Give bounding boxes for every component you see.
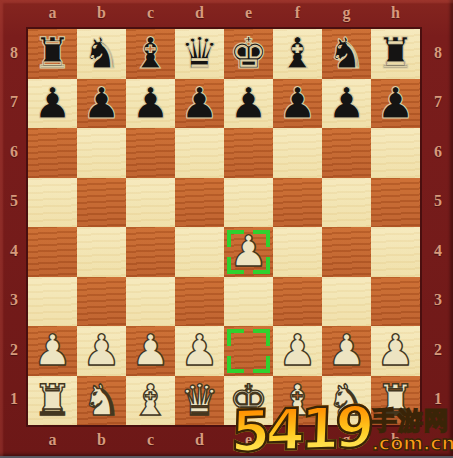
square-a8[interactable]: ♜	[28, 29, 77, 79]
square-g4[interactable]	[322, 227, 371, 277]
square-g6[interactable]	[322, 128, 371, 178]
piece-white-rook: ♜	[33, 376, 72, 425]
square-e2[interactable]	[224, 326, 273, 376]
square-e6[interactable]	[224, 128, 273, 178]
square-h6[interactable]	[371, 128, 420, 178]
square-a2[interactable]: ♟	[28, 326, 77, 376]
piece-black-pawn: ♟	[229, 79, 268, 128]
square-g8[interactable]: ♞	[322, 29, 371, 79]
square-d1[interactable]: ♛	[175, 376, 224, 426]
piece-black-pawn: ♟	[278, 79, 317, 128]
square-h7[interactable]: ♟	[371, 79, 420, 129]
square-h8[interactable]: ♜	[371, 29, 420, 79]
square-b5[interactable]	[77, 178, 126, 228]
rank-label-left-1: 1	[4, 390, 24, 408]
rank-label-right-6: 6	[428, 143, 448, 161]
square-d5[interactable]	[175, 178, 224, 228]
square-e1[interactable]: ♚	[224, 376, 273, 426]
square-f4[interactable]	[273, 227, 322, 277]
piece-black-rook: ♜	[33, 29, 72, 78]
piece-white-bishop: ♝	[278, 376, 317, 425]
piece-white-knight: ♞	[82, 376, 121, 425]
file-label-bottom-h: h	[386, 431, 406, 449]
rank-label-right-2: 2	[428, 341, 448, 359]
square-g5[interactable]	[322, 178, 371, 228]
file-label-bottom-e: e	[239, 431, 259, 449]
square-f6[interactable]	[273, 128, 322, 178]
file-label-top-h: h	[386, 4, 406, 22]
piece-black-pawn: ♟	[33, 79, 72, 128]
square-b6[interactable]	[77, 128, 126, 178]
square-e7[interactable]: ♟	[224, 79, 273, 129]
rank-label-right-5: 5	[428, 192, 448, 210]
rank-label-right-1: 1	[428, 390, 448, 408]
square-f2[interactable]: ♟	[273, 326, 322, 376]
rank-label-left-8: 8	[4, 44, 24, 62]
piece-black-pawn: ♟	[131, 79, 170, 128]
rank-label-left-4: 4	[4, 242, 24, 260]
square-a4[interactable]	[28, 227, 77, 277]
piece-white-pawn: ♟	[278, 326, 317, 375]
file-label-top-b: b	[92, 4, 112, 22]
square-d2[interactable]: ♟	[175, 326, 224, 376]
rank-label-left-5: 5	[4, 192, 24, 210]
square-d3[interactable]	[175, 277, 224, 327]
square-b8[interactable]: ♞	[77, 29, 126, 79]
square-c3[interactable]	[126, 277, 175, 327]
piece-black-pawn: ♟	[327, 79, 366, 128]
file-label-top-d: d	[190, 4, 210, 22]
piece-black-pawn: ♟	[82, 79, 121, 128]
chess-board: ♜♞♝♛♚♝♞♜♟♟♟♟♟♟♟♟♟♟♟♟♟♟♟♟♜♞♝♛♚♝♞♜	[28, 29, 420, 425]
square-c8[interactable]: ♝	[126, 29, 175, 79]
rank-label-right-7: 7	[428, 93, 448, 111]
square-e5[interactable]	[224, 178, 273, 228]
file-label-bottom-f: f	[288, 431, 308, 449]
square-b7[interactable]: ♟	[77, 79, 126, 129]
square-d8[interactable]: ♛	[175, 29, 224, 79]
square-e3[interactable]	[224, 277, 273, 327]
piece-white-pawn: ♟	[33, 326, 72, 375]
square-h3[interactable]	[371, 277, 420, 327]
piece-black-knight: ♞	[327, 29, 366, 78]
piece-white-rook: ♜	[376, 376, 415, 425]
rank-label-right-8: 8	[428, 44, 448, 62]
square-h4[interactable]	[371, 227, 420, 277]
highlight-bracket-e2	[227, 329, 270, 373]
piece-white-pawn: ♟	[327, 326, 366, 375]
piece-white-pawn: ♟	[376, 326, 415, 375]
square-f5[interactable]	[273, 178, 322, 228]
square-e4[interactable]: ♟	[224, 227, 273, 277]
piece-white-queen: ♛	[180, 376, 219, 425]
piece-white-pawn: ♟	[82, 326, 121, 375]
square-b3[interactable]	[77, 277, 126, 327]
square-h1[interactable]: ♜	[371, 376, 420, 426]
square-f1[interactable]: ♝	[273, 376, 322, 426]
piece-white-bishop: ♝	[131, 376, 170, 425]
rank-label-left-2: 2	[4, 341, 24, 359]
square-g3[interactable]	[322, 277, 371, 327]
file-label-bottom-a: a	[43, 431, 63, 449]
piece-white-knight: ♞	[327, 376, 366, 425]
square-f3[interactable]	[273, 277, 322, 327]
file-label-top-e: e	[239, 4, 259, 22]
square-c1[interactable]: ♝	[126, 376, 175, 426]
square-d4[interactable]	[175, 227, 224, 277]
square-c2[interactable]: ♟	[126, 326, 175, 376]
chess-app-window: ♜♞♝♛♚♝♞♜♟♟♟♟♟♟♟♟♟♟♟♟♟♟♟♟♜♞♝♛♚♝♞♜ aabbccd…	[0, 0, 453, 458]
rank-label-left-6: 6	[4, 143, 24, 161]
square-b4[interactable]	[77, 227, 126, 277]
square-h5[interactable]	[371, 178, 420, 228]
file-label-bottom-g: g	[337, 431, 357, 449]
watermark-domain: .com.cn	[372, 433, 453, 454]
piece-black-pawn: ♟	[180, 79, 219, 128]
piece-black-pawn: ♟	[376, 79, 415, 128]
square-c6[interactable]	[126, 128, 175, 178]
square-a1[interactable]: ♜	[28, 376, 77, 426]
square-f7[interactable]: ♟	[273, 79, 322, 129]
file-label-top-c: c	[141, 4, 161, 22]
rank-label-left-3: 3	[4, 291, 24, 309]
file-label-top-g: g	[337, 4, 357, 22]
file-label-bottom-c: c	[141, 431, 161, 449]
square-a6[interactable]	[28, 128, 77, 178]
piece-black-knight: ♞	[82, 29, 121, 78]
piece-white-king: ♚	[229, 376, 268, 425]
square-d6[interactable]	[175, 128, 224, 178]
rank-label-left-7: 7	[4, 93, 24, 111]
square-d7[interactable]: ♟	[175, 79, 224, 129]
piece-black-queen: ♛	[180, 29, 219, 78]
piece-white-pawn: ♟	[131, 326, 170, 375]
piece-white-pawn: ♟	[229, 227, 268, 276]
square-a3[interactable]	[28, 277, 77, 327]
square-b2[interactable]: ♟	[77, 326, 126, 376]
square-c5[interactable]	[126, 178, 175, 228]
file-label-bottom-d: d	[190, 431, 210, 449]
square-a5[interactable]	[28, 178, 77, 228]
file-label-top-a: a	[43, 4, 63, 22]
square-e8[interactable]: ♚	[224, 29, 273, 79]
piece-black-king: ♚	[229, 29, 268, 78]
piece-white-pawn: ♟	[180, 326, 219, 375]
square-c4[interactable]	[126, 227, 175, 277]
piece-black-rook: ♜	[376, 29, 415, 78]
square-g1[interactable]: ♞	[322, 376, 371, 426]
square-f8[interactable]: ♝	[273, 29, 322, 79]
square-g2[interactable]: ♟	[322, 326, 371, 376]
square-h2[interactable]: ♟	[371, 326, 420, 376]
file-label-bottom-b: b	[92, 431, 112, 449]
square-a7[interactable]: ♟	[28, 79, 77, 129]
file-label-top-f: f	[288, 4, 308, 22]
square-g7[interactable]: ♟	[322, 79, 371, 129]
piece-black-bishop: ♝	[278, 29, 317, 78]
square-c7[interactable]: ♟	[126, 79, 175, 129]
rank-label-right-4: 4	[428, 242, 448, 260]
square-b1[interactable]: ♞	[77, 376, 126, 426]
piece-black-bishop: ♝	[131, 29, 170, 78]
rank-label-right-3: 3	[428, 291, 448, 309]
